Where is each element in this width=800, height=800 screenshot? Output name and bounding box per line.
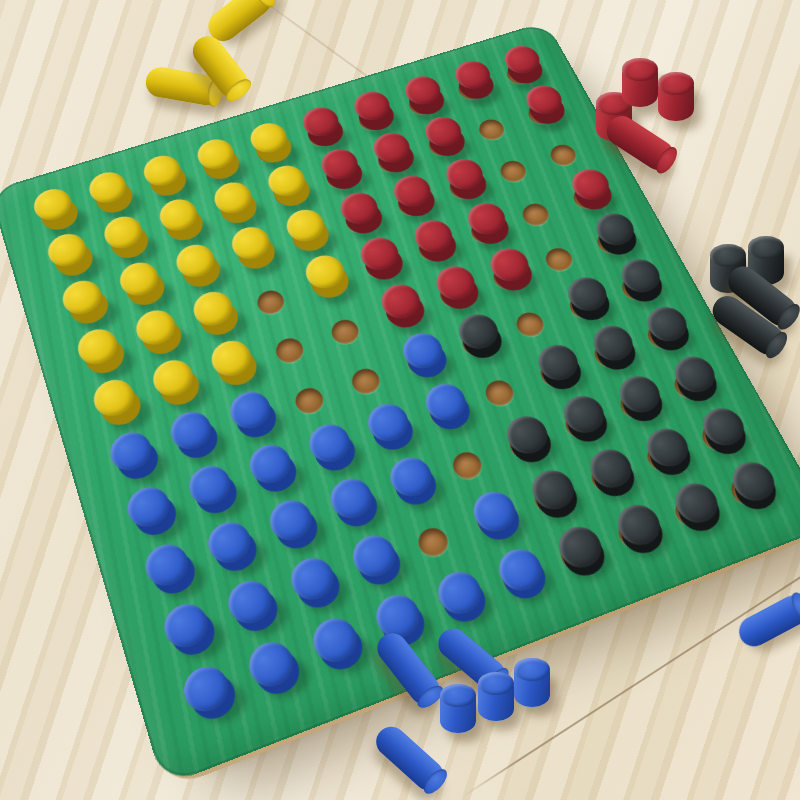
peg-hole: [512, 309, 547, 340]
peg-hole: [414, 524, 452, 560]
peg-hole: [519, 201, 553, 229]
peg-hole: [547, 142, 580, 169]
peg-hole: [481, 377, 517, 409]
loose-peg-red-standing[interactable]: [622, 58, 658, 108]
peg-top-face: [514, 658, 550, 681]
peg-top-face: [622, 58, 658, 81]
loose-peg-blue-lying[interactable]: [370, 720, 450, 796]
peg-end-face: [420, 765, 451, 797]
peg-hole: [449, 448, 486, 482]
peg-hole: [254, 287, 288, 317]
peg-hole: [328, 316, 362, 347]
peg-hole: [348, 365, 383, 397]
peg-hole: [497, 158, 530, 185]
loose-peg-blue-standing[interactable]: [478, 672, 514, 722]
peg-top-face: [748, 236, 784, 259]
peg-hole: [272, 335, 306, 366]
peg-hole: [542, 245, 577, 274]
peg-top-face: [658, 72, 694, 95]
loose-peg-blue-standing[interactable]: [514, 658, 550, 708]
peg-end-face: [762, 329, 791, 362]
peg-end-face: [222, 75, 255, 105]
loose-peg-blue-standing[interactable]: [440, 684, 476, 734]
peg-top-face: [478, 672, 514, 695]
loose-peg-red-standing[interactable]: [658, 72, 694, 122]
peg-hole: [292, 385, 327, 417]
peg-top-face: [710, 244, 746, 267]
peg-top-face: [440, 684, 476, 707]
peg-hole: [475, 117, 507, 143]
peg-end-face: [652, 144, 681, 177]
peg-end-face: [788, 590, 800, 624]
